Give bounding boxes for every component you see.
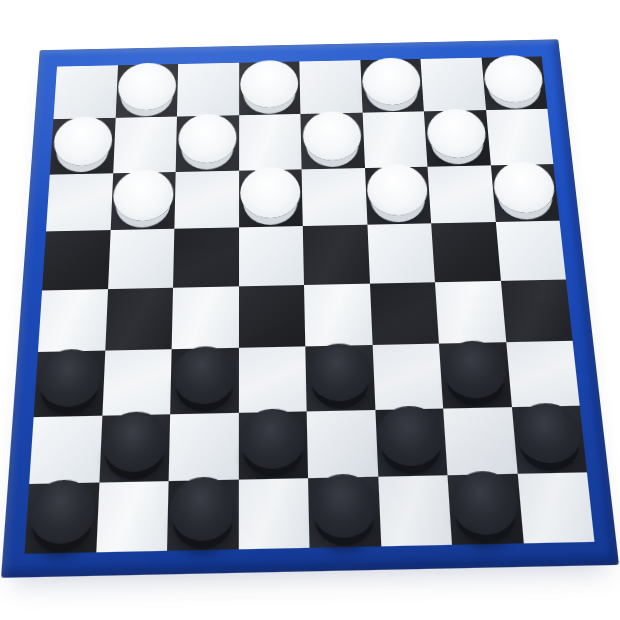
square-c3[interactable] <box>170 348 238 414</box>
scene <box>0 0 620 620</box>
square-b2[interactable] <box>99 414 170 483</box>
square-b3 <box>102 349 172 415</box>
white-checker[interactable] <box>52 116 113 166</box>
square-h6[interactable] <box>490 164 559 222</box>
square-d1 <box>238 478 309 549</box>
white-checker[interactable] <box>483 54 545 102</box>
white-checker[interactable] <box>426 108 488 158</box>
black-checker[interactable] <box>240 408 305 469</box>
square-d8[interactable] <box>239 61 301 115</box>
square-c8 <box>177 63 239 117</box>
square-g8 <box>420 58 485 112</box>
square-h7 <box>486 109 554 165</box>
black-checker[interactable] <box>101 411 168 472</box>
square-b7 <box>113 117 177 173</box>
white-checker[interactable] <box>492 161 557 213</box>
square-d3 <box>238 347 306 413</box>
square-a8 <box>53 65 117 119</box>
white-checker[interactable] <box>366 164 428 216</box>
square-c5[interactable] <box>173 227 239 288</box>
square-f4[interactable] <box>369 282 438 345</box>
square-b4[interactable] <box>105 288 173 351</box>
square-g6 <box>427 165 495 223</box>
square-a5[interactable] <box>42 230 110 291</box>
black-checker[interactable] <box>307 343 372 402</box>
square-g1[interactable] <box>447 474 523 545</box>
black-checker[interactable] <box>513 403 584 464</box>
square-f1 <box>378 475 452 546</box>
square-c2 <box>169 412 239 480</box>
checkers-board <box>25 56 595 553</box>
white-checker[interactable] <box>241 59 299 107</box>
square-a3[interactable] <box>34 351 105 417</box>
square-d6[interactable] <box>239 169 303 227</box>
square-b8[interactable] <box>115 64 178 118</box>
black-checker[interactable] <box>36 348 103 407</box>
black-checker[interactable] <box>172 346 236 405</box>
square-h5 <box>495 220 566 280</box>
square-g7[interactable] <box>424 110 490 166</box>
white-checker[interactable] <box>178 113 237 163</box>
black-checker[interactable] <box>449 471 520 535</box>
square-f6[interactable] <box>365 166 432 224</box>
square-c6 <box>174 170 238 228</box>
checkers-mat <box>1 39 619 578</box>
square-a2 <box>29 415 102 484</box>
white-checker[interactable] <box>302 111 362 161</box>
white-checker[interactable] <box>241 167 301 219</box>
white-checker[interactable] <box>362 57 422 105</box>
square-h3 <box>506 341 580 407</box>
square-h4[interactable] <box>500 280 572 343</box>
black-checker[interactable] <box>169 477 236 541</box>
square-a6 <box>46 173 113 231</box>
square-d7 <box>239 114 302 170</box>
square-b6[interactable] <box>110 172 175 230</box>
white-checker[interactable] <box>117 62 176 111</box>
square-e7[interactable] <box>300 113 364 169</box>
square-f2[interactable] <box>375 408 448 476</box>
square-e8 <box>299 60 362 114</box>
black-checker[interactable] <box>310 474 378 538</box>
square-d2[interactable] <box>238 411 308 479</box>
square-e3[interactable] <box>305 345 375 411</box>
square-b1 <box>96 481 169 553</box>
black-checker[interactable] <box>377 405 445 466</box>
square-h1 <box>517 472 594 543</box>
square-f5 <box>367 223 435 284</box>
square-b5 <box>108 228 175 289</box>
square-e4 <box>304 284 372 347</box>
square-g5[interactable] <box>431 222 500 282</box>
square-f7 <box>362 112 427 168</box>
square-h8[interactable] <box>481 56 547 110</box>
square-e1[interactable] <box>308 476 381 547</box>
square-c4 <box>172 286 239 349</box>
square-d5 <box>239 226 304 287</box>
square-g3[interactable] <box>439 342 511 408</box>
square-c1[interactable] <box>167 479 238 550</box>
square-a1[interactable] <box>25 482 99 554</box>
square-c7[interactable] <box>176 115 239 171</box>
square-e6 <box>302 168 367 226</box>
black-checker[interactable] <box>27 480 97 544</box>
square-a7[interactable] <box>50 118 115 174</box>
square-g4 <box>435 281 506 344</box>
square-h2[interactable] <box>511 405 587 473</box>
square-g2 <box>443 407 517 475</box>
square-e2 <box>307 409 378 477</box>
square-a4 <box>38 289 108 352</box>
square-e5[interactable] <box>303 224 370 285</box>
black-checker[interactable] <box>441 340 509 399</box>
white-checker[interactable] <box>112 169 173 221</box>
square-f3 <box>372 344 443 410</box>
square-d4[interactable] <box>238 285 305 348</box>
square-f8[interactable] <box>360 59 424 113</box>
